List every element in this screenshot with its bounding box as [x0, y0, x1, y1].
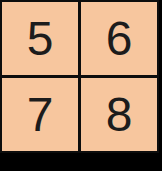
cell-r1c0[interactable]: 7: [2, 78, 78, 151]
cell-value: 8: [106, 91, 133, 139]
number-grid-board: 5 6 7 8: [0, 0, 159, 153]
cell-value: 6: [106, 15, 133, 63]
cell-r0c1[interactable]: 6: [81, 2, 157, 75]
screenshot-canvas: 5 6 7 8: [0, 0, 162, 171]
cell-r0c0[interactable]: 5: [2, 2, 78, 75]
cell-value: 5: [27, 15, 54, 63]
cell-value: 7: [27, 91, 54, 139]
cell-r1c1[interactable]: 8: [81, 78, 157, 151]
